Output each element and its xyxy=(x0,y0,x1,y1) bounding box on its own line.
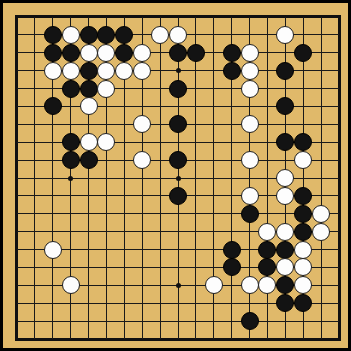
white-stone xyxy=(169,26,187,44)
black-stone xyxy=(223,258,241,276)
grid-line-vertical xyxy=(321,17,322,339)
white-stone xyxy=(62,62,80,80)
black-stone xyxy=(169,187,187,205)
go-board-screenshot xyxy=(0,0,351,351)
black-stone xyxy=(62,133,80,151)
grid-line-vertical xyxy=(195,17,196,339)
black-stone xyxy=(241,205,259,223)
black-stone xyxy=(44,26,62,44)
black-stone xyxy=(258,241,276,259)
black-stone xyxy=(276,62,294,80)
white-stone xyxy=(44,62,62,80)
white-stone xyxy=(276,223,294,241)
black-stone xyxy=(223,44,241,62)
star-point xyxy=(176,68,181,73)
white-stone xyxy=(294,241,312,259)
white-stone xyxy=(241,44,259,62)
white-stone xyxy=(44,241,62,259)
white-stone xyxy=(62,276,80,294)
star-point xyxy=(176,283,181,288)
black-stone xyxy=(294,223,312,241)
white-stone xyxy=(80,97,98,115)
black-stone xyxy=(169,151,187,169)
star-point xyxy=(68,176,73,181)
white-stone xyxy=(241,62,259,80)
black-stone xyxy=(62,44,80,62)
white-stone xyxy=(241,80,259,98)
white-stone xyxy=(312,205,330,223)
white-stone xyxy=(97,80,115,98)
black-stone xyxy=(115,44,133,62)
white-stone xyxy=(241,115,259,133)
black-stone xyxy=(62,151,80,169)
black-stone xyxy=(80,62,98,80)
black-stone xyxy=(169,44,187,62)
white-stone xyxy=(151,26,169,44)
grid-line-horizontal xyxy=(17,321,339,322)
black-stone xyxy=(294,205,312,223)
white-stone xyxy=(97,62,115,80)
black-stone xyxy=(294,187,312,205)
black-stone xyxy=(80,151,98,169)
black-stone xyxy=(276,241,294,259)
white-stone xyxy=(241,276,259,294)
go-board[interactable] xyxy=(3,3,348,348)
white-stone xyxy=(258,223,276,241)
black-stone xyxy=(169,80,187,98)
white-stone xyxy=(80,44,98,62)
white-stone xyxy=(241,151,259,169)
star-point xyxy=(176,176,181,181)
black-stone xyxy=(62,80,80,98)
white-stone xyxy=(133,62,151,80)
black-stone xyxy=(80,80,98,98)
black-stone xyxy=(187,44,205,62)
white-stone xyxy=(62,26,80,44)
black-stone xyxy=(241,312,259,330)
black-stone xyxy=(294,44,312,62)
white-stone xyxy=(312,223,330,241)
white-stone xyxy=(241,187,259,205)
black-stone xyxy=(80,26,98,44)
black-stone xyxy=(223,62,241,80)
white-stone xyxy=(133,44,151,62)
white-stone xyxy=(115,62,133,80)
white-stone xyxy=(205,276,223,294)
white-stone xyxy=(80,133,98,151)
black-stone xyxy=(223,241,241,259)
grid-line-horizontal xyxy=(17,213,339,214)
black-stone xyxy=(44,44,62,62)
